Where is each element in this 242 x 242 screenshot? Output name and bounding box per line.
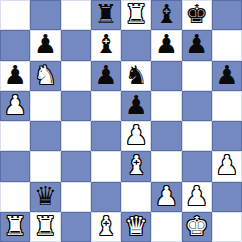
square-c2[interactable]	[61, 182, 91, 212]
square-f7[interactable]: ♟	[151, 30, 181, 60]
square-a1[interactable]: ♜	[0, 212, 30, 242]
square-g7[interactable]: ♟	[182, 30, 212, 60]
square-g4[interactable]	[182, 121, 212, 151]
square-f5[interactable]	[151, 91, 181, 121]
square-c5[interactable]	[61, 91, 91, 121]
square-c7[interactable]	[61, 30, 91, 60]
square-f6[interactable]	[151, 61, 181, 91]
square-e7[interactable]	[121, 30, 151, 60]
square-e8[interactable]: ♜	[121, 0, 151, 30]
square-g2[interactable]: ♟	[182, 182, 212, 212]
square-h6[interactable]: ♟	[212, 61, 242, 91]
square-e4[interactable]: ♟	[121, 121, 151, 151]
square-h4[interactable]	[212, 121, 242, 151]
square-g5[interactable]	[182, 91, 212, 121]
square-d8[interactable]: ♜	[91, 0, 121, 30]
square-b3[interactable]	[30, 151, 60, 181]
square-a6[interactable]: ♟	[0, 61, 30, 91]
square-b8[interactable]	[30, 0, 60, 30]
square-b2[interactable]: ♛	[30, 182, 60, 212]
square-c8[interactable]	[61, 0, 91, 30]
square-f8[interactable]: ♝	[151, 0, 181, 30]
piece-black-pawn[interactable]: ♟	[215, 61, 238, 90]
piece-white-pawn[interactable]: ♟	[185, 182, 208, 211]
piece-black-rook[interactable]: ♜	[94, 0, 117, 29]
square-a7[interactable]	[0, 30, 30, 60]
piece-black-pawn[interactable]: ♟	[94, 61, 117, 90]
piece-white-pawn[interactable]: ♟	[124, 121, 147, 150]
square-e2[interactable]	[121, 182, 151, 212]
square-a4[interactable]	[0, 121, 30, 151]
piece-white-rook[interactable]: ♜	[34, 212, 57, 241]
square-d4[interactable]	[91, 121, 121, 151]
square-d6[interactable]: ♟	[91, 61, 121, 91]
square-h1[interactable]	[212, 212, 242, 242]
piece-black-pawn[interactable]: ♟	[124, 91, 147, 120]
square-b6[interactable]: ♞	[30, 61, 60, 91]
square-h5[interactable]	[212, 91, 242, 121]
square-a8[interactable]	[0, 0, 30, 30]
piece-white-rook[interactable]: ♜	[3, 212, 26, 241]
square-d2[interactable]	[91, 182, 121, 212]
square-h8[interactable]	[212, 0, 242, 30]
square-f2[interactable]: ♟	[151, 182, 181, 212]
square-d3[interactable]	[91, 151, 121, 181]
square-g8[interactable]: ♚	[182, 0, 212, 30]
square-b5[interactable]	[30, 91, 60, 121]
piece-black-bishop[interactable]: ♝	[155, 0, 178, 29]
piece-black-pawn[interactable]: ♟	[185, 30, 208, 59]
piece-white-pawn[interactable]: ♟	[215, 151, 238, 180]
square-h3[interactable]: ♟	[212, 151, 242, 181]
piece-white-pawn[interactable]: ♟	[155, 182, 178, 211]
piece-black-queen[interactable]: ♛	[34, 182, 57, 211]
square-b4[interactable]	[30, 121, 60, 151]
square-e1[interactable]: ♛	[121, 212, 151, 242]
square-g6[interactable]	[182, 61, 212, 91]
piece-white-rook[interactable]: ♜	[124, 0, 147, 29]
square-g3[interactable]	[182, 151, 212, 181]
square-f1[interactable]	[151, 212, 181, 242]
square-e5[interactable]: ♟	[121, 91, 151, 121]
piece-black-bishop[interactable]: ♝	[94, 30, 117, 59]
piece-black-pawn[interactable]: ♟	[155, 30, 178, 59]
square-e3[interactable]: ♝	[121, 151, 151, 181]
square-d1[interactable]: ♝	[91, 212, 121, 242]
square-h2[interactable]	[212, 182, 242, 212]
chess-board: ♜♜♝♚♟♝♟♟♟♞♟♞♟♟♟♟♝♟♛♟♟♜♜♝♛♚	[0, 0, 242, 242]
square-c3[interactable]	[61, 151, 91, 181]
piece-black-pawn[interactable]: ♟	[34, 30, 57, 59]
piece-white-queen[interactable]: ♛	[124, 212, 147, 241]
square-c4[interactable]	[61, 121, 91, 151]
square-a2[interactable]	[0, 182, 30, 212]
square-a3[interactable]	[0, 151, 30, 181]
square-e6[interactable]: ♞	[121, 61, 151, 91]
piece-black-king[interactable]: ♚	[185, 0, 208, 29]
piece-white-knight[interactable]: ♞	[34, 61, 57, 90]
piece-black-pawn[interactable]: ♟	[3, 61, 26, 90]
square-c1[interactable]	[61, 212, 91, 242]
piece-white-bishop[interactable]: ♝	[124, 151, 147, 180]
square-a5[interactable]: ♟	[0, 91, 30, 121]
square-d7[interactable]: ♝	[91, 30, 121, 60]
square-d5[interactable]	[91, 91, 121, 121]
square-f4[interactable]	[151, 121, 181, 151]
square-b1[interactable]: ♜	[30, 212, 60, 242]
piece-white-bishop[interactable]: ♝	[94, 212, 117, 241]
square-g1[interactable]: ♚	[182, 212, 212, 242]
square-c6[interactable]	[61, 61, 91, 91]
square-b7[interactable]: ♟	[30, 30, 60, 60]
square-h7[interactable]	[212, 30, 242, 60]
piece-white-king[interactable]: ♚	[185, 212, 208, 241]
piece-black-knight[interactable]: ♞	[124, 61, 147, 90]
square-f3[interactable]	[151, 151, 181, 181]
piece-white-pawn[interactable]: ♟	[3, 91, 26, 120]
